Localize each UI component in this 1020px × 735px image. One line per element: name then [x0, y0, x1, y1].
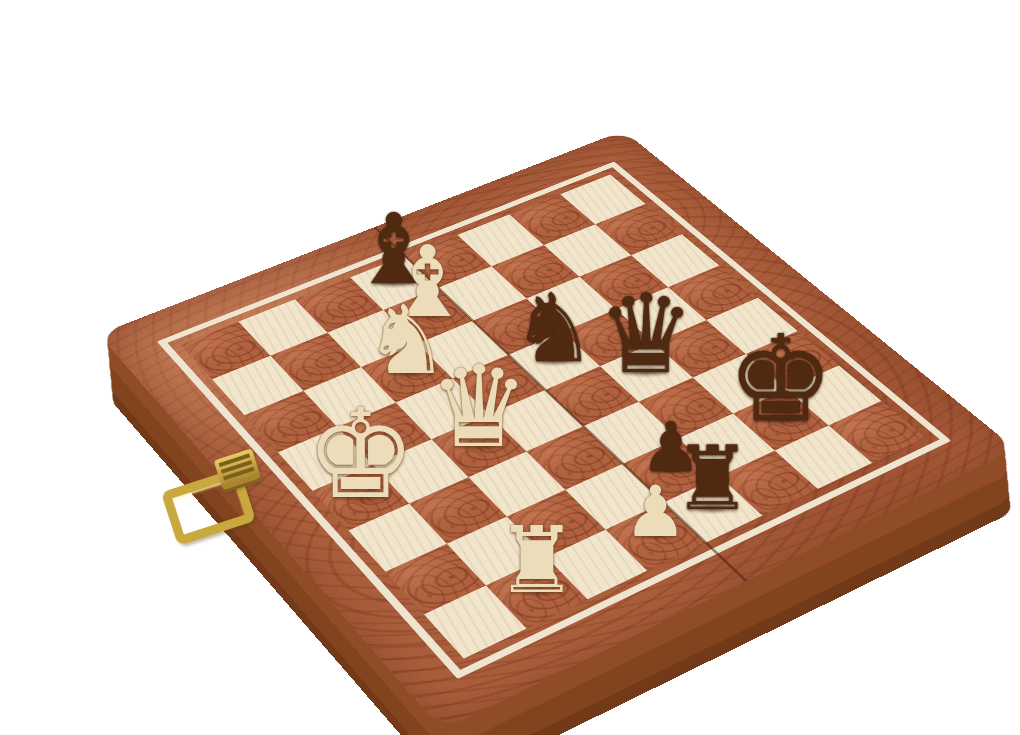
white-rook-h2[interactable]: ♜ — [495, 515, 577, 607]
black-queen-e6[interactable]: ♛ — [597, 280, 695, 389]
board-box-top — [99, 131, 1016, 731]
chess-product-photo: ♝♝♞♛♞♚♛♟♚♜♟♜ — [0, 0, 1020, 735]
white-pawn-h4[interactable]: ♟ — [624, 477, 687, 547]
black-king-g7[interactable]: ♚ — [727, 319, 834, 439]
white-queen-e3[interactable]: ♛ — [428, 351, 529, 464]
white-king-e1[interactable]: ♚ — [305, 393, 416, 517]
